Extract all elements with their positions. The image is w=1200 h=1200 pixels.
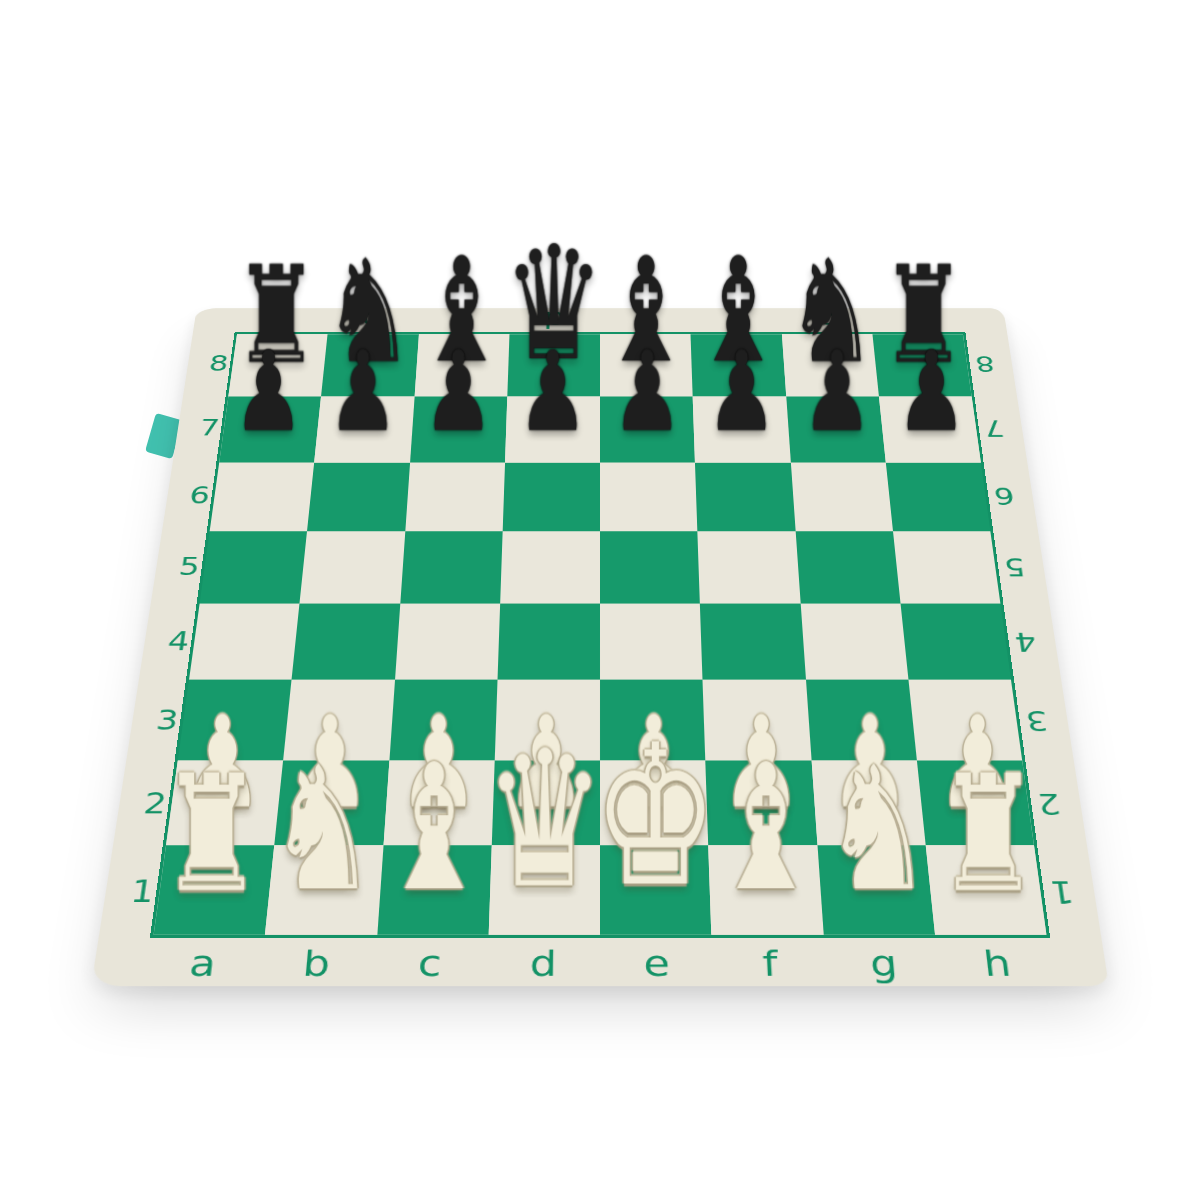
white-knight-b1: ♞ bbox=[268, 744, 377, 914]
square-h4 bbox=[900, 604, 1011, 680]
square-c4 bbox=[395, 604, 500, 680]
square-b5 bbox=[300, 531, 405, 603]
square-g1: ♞ bbox=[817, 845, 935, 935]
black-pawn-b7: ♟ bbox=[328, 337, 399, 448]
file-label-top-f: f bbox=[730, 308, 743, 331]
square-a4 bbox=[189, 604, 300, 680]
rank-label-right-1: 1 bbox=[1048, 877, 1075, 907]
rank-label-left-8: 8 bbox=[208, 353, 230, 374]
file-label-bottom-g: g bbox=[869, 946, 899, 982]
file-label-bottom-d: d bbox=[529, 946, 557, 982]
square-h7: ♟ bbox=[879, 397, 981, 463]
file-label-bottom-e: e bbox=[643, 946, 670, 982]
file-label-bottom-a: a bbox=[188, 946, 219, 982]
white-bishop-c1: ♝ bbox=[378, 741, 489, 914]
square-h5 bbox=[893, 531, 1001, 603]
file-label-bottom-f: f bbox=[762, 946, 779, 982]
square-c1: ♝ bbox=[377, 845, 492, 935]
square-a7: ♟ bbox=[219, 397, 321, 463]
white-rook-a1: ♜ bbox=[160, 754, 263, 915]
white-rook-h1: ♜ bbox=[937, 754, 1040, 915]
rank-label-left-4: 4 bbox=[166, 629, 191, 654]
black-pawn-h7: ♟ bbox=[896, 337, 967, 448]
file-label-top-c: c bbox=[454, 308, 474, 331]
square-e5 bbox=[600, 531, 700, 603]
square-a1: ♜ bbox=[154, 845, 275, 935]
rank-label-right-8: 8 bbox=[974, 353, 996, 374]
file-label-top-d: d bbox=[543, 308, 565, 331]
square-c7: ♟ bbox=[410, 397, 507, 463]
square-f7: ♟ bbox=[693, 397, 790, 463]
square-b1: ♞ bbox=[265, 845, 383, 935]
square-f4 bbox=[700, 604, 805, 680]
white-bishop-f1: ♝ bbox=[711, 741, 822, 914]
square-b4 bbox=[292, 604, 400, 680]
black-pawn-c7: ♟ bbox=[422, 337, 493, 448]
file-label-bottom-h: h bbox=[981, 946, 1012, 982]
file-label-bottom-b: b bbox=[301, 946, 331, 982]
rank-label-right-5: 5 bbox=[1002, 555, 1026, 579]
square-d7: ♟ bbox=[505, 397, 600, 463]
file-label-top-e: e bbox=[635, 308, 656, 331]
square-d1: ♛ bbox=[488, 845, 600, 935]
square-d5 bbox=[500, 531, 600, 603]
square-c5 bbox=[400, 531, 503, 603]
square-g6 bbox=[790, 462, 892, 531]
square-g4 bbox=[800, 604, 908, 680]
square-f6 bbox=[695, 462, 795, 531]
file-label-top-g: g bbox=[815, 308, 839, 331]
file-label-bottom-c: c bbox=[417, 946, 442, 982]
white-knight-g1: ♞ bbox=[823, 744, 932, 914]
square-c6 bbox=[405, 462, 505, 531]
square-g5 bbox=[795, 531, 900, 603]
chess-board: ♜♞♝♛♝♝♞♜♟♟♟♟♟♟♟♟♟♟♟♟♟♟♟♟♜♞♝♛♚♝♞♜ bbox=[150, 332, 1050, 937]
square-a6 bbox=[210, 462, 315, 531]
black-pawn-g7: ♟ bbox=[801, 337, 872, 448]
black-pawn-a7: ♟ bbox=[233, 337, 304, 448]
rank-label-left-6: 6 bbox=[188, 484, 211, 507]
square-e6 bbox=[600, 462, 698, 531]
square-f5 bbox=[698, 531, 801, 603]
rank-label-left-3: 3 bbox=[154, 707, 180, 733]
file-labels-bottom: abcdefgh bbox=[143, 940, 1057, 987]
rank-label-left-5: 5 bbox=[177, 555, 201, 579]
black-pawn-f7: ♟ bbox=[706, 337, 777, 448]
square-a5 bbox=[200, 531, 308, 603]
square-e4 bbox=[600, 604, 703, 680]
white-king-e1: ♚ bbox=[593, 719, 718, 914]
black-pawn-e7: ♟ bbox=[612, 337, 683, 448]
square-h1: ♜ bbox=[925, 845, 1046, 935]
rank-label-right-4: 4 bbox=[1013, 629, 1038, 654]
square-d6 bbox=[502, 462, 600, 531]
chess-mat: abcdefgh 87654321 ♜♞♝♛♝♝♞♜♟♟♟♟♟♟♟♟♟♟♟♟♟♟… bbox=[91, 308, 1109, 986]
rank-label-right-6: 6 bbox=[992, 484, 1015, 507]
square-e7: ♟ bbox=[600, 397, 695, 463]
square-g7: ♟ bbox=[786, 397, 886, 463]
product-photo-canvas: abcdefgh 87654321 ♜♞♝♛♝♝♞♜♟♟♟♟♟♟♟♟♟♟♟♟♟♟… bbox=[0, 0, 1200, 1200]
black-pawn-d7: ♟ bbox=[517, 337, 588, 448]
square-e1: ♚ bbox=[600, 845, 712, 935]
rank-label-right-3: 3 bbox=[1024, 707, 1050, 733]
file-label-top-a: a bbox=[270, 308, 294, 331]
file-label-top-h: h bbox=[906, 308, 930, 331]
square-f1: ♝ bbox=[708, 845, 823, 935]
white-queen-d1: ♛ bbox=[484, 726, 605, 915]
square-b6 bbox=[307, 462, 409, 531]
rank-label-right-7: 7 bbox=[983, 417, 1006, 439]
square-h6 bbox=[886, 462, 991, 531]
rank-label-left-7: 7 bbox=[198, 417, 221, 439]
file-label-top-b: b bbox=[361, 308, 385, 331]
square-d4 bbox=[497, 604, 600, 680]
square-b7: ♟ bbox=[314, 397, 414, 463]
rank-label-left-1: 1 bbox=[129, 877, 156, 907]
